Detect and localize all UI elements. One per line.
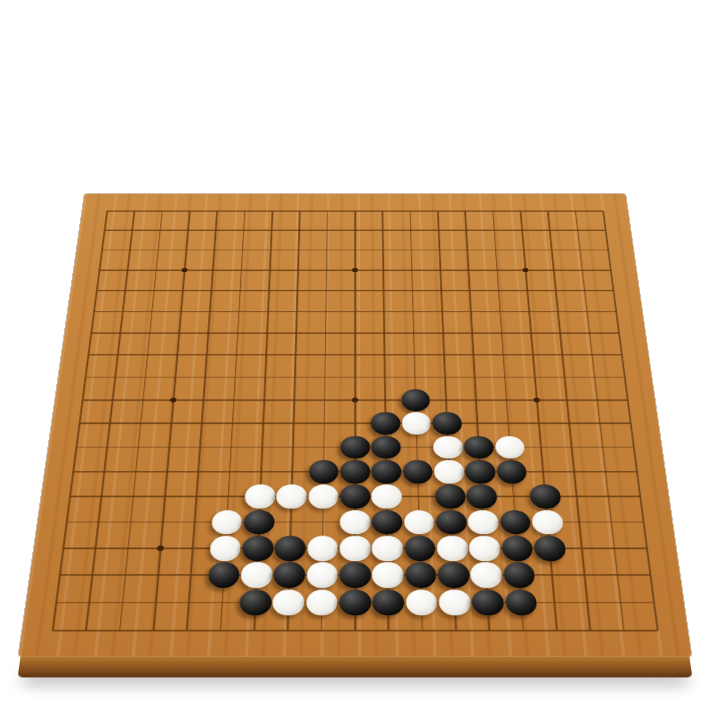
black-stone[interactable] <box>432 412 462 434</box>
grid-line-vertical <box>547 211 591 630</box>
black-stone[interactable] <box>464 436 495 459</box>
black-stone[interactable] <box>503 562 536 588</box>
black-stone[interactable] <box>372 510 403 534</box>
black-stone[interactable] <box>339 589 371 615</box>
black-stone[interactable] <box>242 536 274 561</box>
white-stone[interactable] <box>494 436 525 459</box>
black-stone[interactable] <box>471 589 504 615</box>
star-point <box>157 545 164 551</box>
black-stone[interactable] <box>496 460 527 483</box>
black-stone[interactable] <box>273 562 305 588</box>
black-stone[interactable] <box>499 510 531 534</box>
grid-line-vertical <box>602 211 658 630</box>
black-stone[interactable] <box>340 436 369 459</box>
white-stone[interactable] <box>307 536 338 561</box>
white-stone[interactable] <box>402 412 432 434</box>
board-perspective-wrapper <box>19 194 692 656</box>
star-point <box>522 268 528 272</box>
white-stone[interactable] <box>209 536 241 561</box>
black-stone[interactable] <box>371 412 400 434</box>
white-stone[interactable] <box>438 589 471 615</box>
photo-background <box>0 0 709 709</box>
white-stone[interactable] <box>308 485 338 509</box>
black-stone[interactable] <box>340 460 370 483</box>
black-stone[interactable] <box>309 460 339 483</box>
board-front-edge <box>18 656 693 677</box>
star-point <box>170 398 177 403</box>
white-stone[interactable] <box>405 589 437 615</box>
white-stone[interactable] <box>467 510 499 534</box>
black-stone[interactable] <box>466 485 497 509</box>
black-stone[interactable] <box>371 460 401 483</box>
black-stone[interactable] <box>339 562 370 588</box>
black-stone[interactable] <box>435 485 466 509</box>
black-stone[interactable] <box>340 485 370 509</box>
white-stone[interactable] <box>434 460 465 483</box>
grid-line-horizontal <box>52 630 657 631</box>
black-stone[interactable] <box>504 589 537 615</box>
go-grid-lattice[interactable] <box>52 211 657 630</box>
white-stone[interactable] <box>531 510 563 534</box>
white-stone[interactable] <box>306 562 337 588</box>
star-point <box>181 268 187 272</box>
white-stone[interactable] <box>372 485 402 509</box>
black-stone[interactable] <box>403 460 433 483</box>
white-stone[interactable] <box>433 436 463 459</box>
black-stone[interactable] <box>372 589 404 615</box>
white-stone[interactable] <box>436 536 468 561</box>
white-stone[interactable] <box>244 485 275 509</box>
white-stone[interactable] <box>404 510 435 534</box>
black-stone[interactable] <box>243 510 274 534</box>
white-stone[interactable] <box>240 562 272 588</box>
star-point <box>352 268 358 272</box>
black-stone[interactable] <box>437 562 469 588</box>
black-stone[interactable] <box>404 536 435 561</box>
black-stone[interactable] <box>436 510 467 534</box>
black-stone[interactable] <box>465 460 496 483</box>
black-stone[interactable] <box>529 485 561 509</box>
white-stone[interactable] <box>372 562 403 588</box>
grid-line-vertical <box>52 211 108 630</box>
black-stone[interactable] <box>274 536 305 561</box>
white-stone[interactable] <box>372 536 403 561</box>
black-stone[interactable] <box>405 562 437 588</box>
grid-line-horizontal <box>79 423 630 424</box>
black-stone[interactable] <box>401 389 430 411</box>
grid-line-vertical <box>153 211 191 630</box>
grid-line-vertical <box>119 211 163 630</box>
white-stone[interactable] <box>306 589 338 615</box>
white-stone[interactable] <box>272 589 304 615</box>
black-stone[interactable] <box>239 589 272 615</box>
black-stone[interactable] <box>501 536 533 561</box>
star-point <box>533 398 540 403</box>
go-board <box>19 194 692 656</box>
white-stone[interactable] <box>470 562 502 588</box>
white-stone[interactable] <box>211 510 243 534</box>
grid-line-vertical <box>85 211 135 630</box>
white-stone[interactable] <box>276 485 307 509</box>
black-stone[interactable] <box>533 536 566 561</box>
white-stone[interactable] <box>340 536 371 561</box>
white-stone[interactable] <box>340 510 370 534</box>
white-stone[interactable] <box>469 536 501 561</box>
black-stone[interactable] <box>207 562 239 588</box>
star-point <box>352 398 358 403</box>
black-stone[interactable] <box>371 436 401 459</box>
